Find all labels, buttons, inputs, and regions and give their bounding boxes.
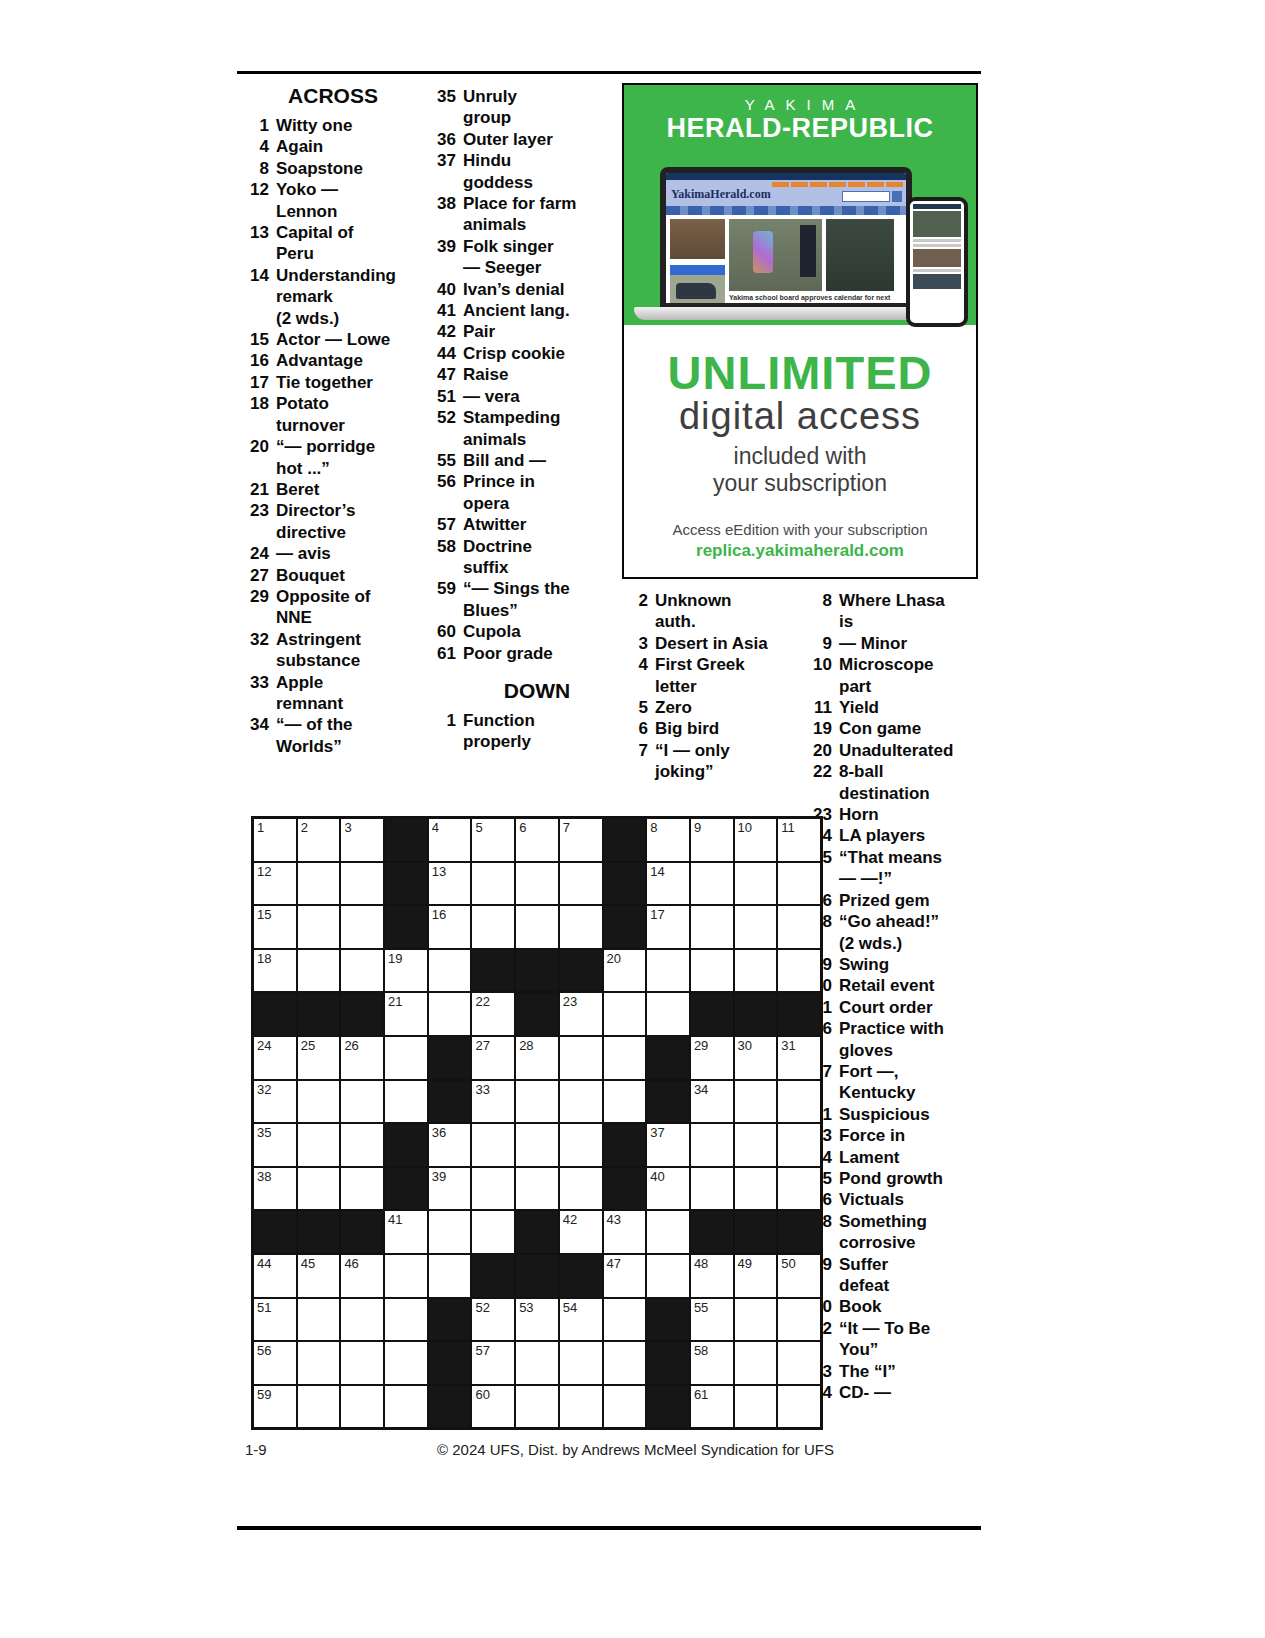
grid-cell[interactable]: 26	[341, 1037, 383, 1079]
phone-text-line	[913, 244, 961, 247]
grid-cell[interactable]	[604, 1386, 646, 1428]
grid-cell[interactable]	[429, 950, 471, 992]
site-menu-buttons	[772, 182, 903, 187]
site-content: Yakima school board approves calendar fo…	[666, 215, 906, 307]
clue-43: 43Force in	[806, 1125, 984, 1146]
grid-cell[interactable]: 36	[429, 1124, 471, 1166]
grid-cell[interactable]: 58	[691, 1342, 733, 1384]
grid-cell[interactable]: 15	[254, 906, 296, 948]
ad-subheadline: included with your subscription	[624, 443, 976, 497]
grid-cell[interactable]: 54	[560, 1299, 602, 1341]
clue-number: 32	[243, 629, 269, 672]
grid-cell[interactable]: 46	[341, 1255, 383, 1297]
grid-cell[interactable]	[472, 863, 514, 905]
clue-number: 22	[806, 761, 832, 804]
grid-cell[interactable]	[778, 1124, 820, 1166]
clue-number: 12	[243, 179, 269, 222]
grid-cell[interactable]	[735, 1168, 777, 1210]
cell-number: 34	[694, 1082, 708, 1097]
grid-cell[interactable]: 35	[254, 1124, 296, 1166]
grid-cell[interactable]	[604, 1081, 646, 1123]
grid-cell[interactable]	[778, 863, 820, 905]
cell-number: 26	[344, 1038, 358, 1053]
grid-cell[interactable]	[341, 1386, 383, 1428]
cell-number: 60	[475, 1387, 489, 1402]
clue-36: 36Outer layer	[430, 129, 616, 150]
clue-text: Stampeding animals	[463, 407, 560, 450]
clue-text: Understanding remark (2 wds.)	[276, 265, 396, 329]
grid-cell[interactable]: 24	[254, 1037, 296, 1079]
cell-number: 18	[257, 951, 271, 966]
clue-text: Unadulterated	[839, 740, 953, 761]
grid-cell[interactable]: 59	[254, 1386, 296, 1428]
across-clues-1: 1Witty one4Again8Soapstone12Yoko — Lenno…	[243, 115, 423, 757]
clue-text: Desert in Asia	[655, 633, 768, 654]
grid-cell[interactable]	[341, 1168, 383, 1210]
cell-number: 8	[650, 820, 657, 835]
grid-cell[interactable]	[560, 906, 602, 948]
grid-cell[interactable]	[298, 1081, 340, 1123]
clue-29: 29Swing	[806, 954, 984, 975]
cell-number: 16	[432, 907, 446, 922]
clue-24: 24LA players	[806, 825, 984, 846]
grid-cell[interactable]: 52	[472, 1299, 514, 1341]
grid-cell[interactable]	[735, 1386, 777, 1428]
grid-cell[interactable]: 45	[298, 1255, 340, 1297]
clue-34: 34“— of the Worlds”	[243, 714, 423, 757]
cell-number: 30	[738, 1038, 752, 1053]
grid-cell[interactable]	[298, 1386, 340, 1428]
down-heading: DOWN	[430, 680, 616, 702]
cell-number: 36	[432, 1125, 446, 1140]
cell-number: 22	[475, 994, 489, 1009]
clue-text: Microscope part	[839, 654, 933, 697]
clue-text: Unruly group	[463, 86, 517, 129]
block-cell	[560, 950, 602, 992]
clue-text: Horn	[839, 804, 879, 825]
grid-cell[interactable]	[341, 1081, 383, 1123]
block-cell	[691, 1211, 733, 1253]
clue-52: 52“It — To Be You”	[806, 1318, 984, 1361]
grid-cell[interactable]: 17	[647, 906, 689, 948]
grid-cell[interactable]	[604, 1037, 646, 1079]
clue-57: 57Atwitter	[430, 514, 616, 535]
clue-text: Ivan’s denial	[463, 279, 564, 300]
down-column-4: 8Where Lhasa is9— Minor10Microscope part…	[806, 590, 984, 1403]
grid-cell[interactable]: 10	[735, 819, 777, 861]
grid-cell[interactable]	[778, 1081, 820, 1123]
clue-text: Tie together	[276, 372, 373, 393]
cell-number: 20	[607, 951, 621, 966]
clue-number: 56	[430, 471, 456, 514]
cell-number: 14	[650, 864, 664, 879]
cell-number: 59	[257, 1387, 271, 1402]
clue-column-2: 35Unruly group36Outer layer37Hindu godde…	[430, 86, 616, 753]
puzzle-date: 1-9	[245, 1441, 267, 1458]
clue-text: Director’s directive	[276, 500, 355, 543]
clue-text: Unknown auth.	[655, 590, 732, 633]
grid-cell[interactable]: 51	[254, 1299, 296, 1341]
cell-number: 44	[257, 1256, 271, 1271]
clue-14: 14Understanding remark (2 wds.)	[243, 265, 423, 329]
clue-8: 8Soapstone	[243, 158, 423, 179]
clue-number: 41	[430, 300, 456, 321]
clue-text: Fort —, Kentucky	[839, 1061, 916, 1104]
grid-cell[interactable]	[341, 863, 383, 905]
grid-cell[interactable]	[691, 863, 733, 905]
grid-cell[interactable]	[735, 1342, 777, 1384]
clue-number: 3	[622, 633, 648, 654]
clue-number: 8	[243, 158, 269, 179]
grid-cell[interactable]: 30	[735, 1037, 777, 1079]
ad-text-panel: UNLIMITED digital access included with y…	[624, 349, 976, 561]
clue-number: 58	[430, 536, 456, 579]
clue-number: 42	[430, 321, 456, 342]
grid-cell[interactable]: 25	[298, 1037, 340, 1079]
grid-cell[interactable]: 9	[691, 819, 733, 861]
clue-text: Retail event	[839, 975, 934, 996]
grid-cell[interactable]	[647, 1255, 689, 1297]
grid-cell[interactable]	[560, 1342, 602, 1384]
clue-58: 58Doctrine suffix	[430, 536, 616, 579]
cell-number: 55	[694, 1300, 708, 1315]
grid-cell[interactable]	[604, 1342, 646, 1384]
block-cell	[429, 1081, 471, 1123]
grid-cell[interactable]: 39	[429, 1168, 471, 1210]
grid-cell[interactable]	[341, 1342, 383, 1384]
grid-cell[interactable]: 61	[691, 1386, 733, 1428]
grid-cell[interactable]: 14	[647, 863, 689, 905]
block-cell	[385, 906, 427, 948]
grid-cell[interactable]	[429, 993, 471, 1035]
grid-cell[interactable]: 34	[691, 1081, 733, 1123]
clue-text: Court order	[839, 997, 933, 1018]
grid-cell[interactable]: 41	[385, 1211, 427, 1253]
grid-cell[interactable]	[472, 1168, 514, 1210]
clue-16: 16Advantage	[243, 350, 423, 371]
cell-number: 13	[432, 864, 446, 879]
grid-cell[interactable]: 8	[647, 819, 689, 861]
cell-number: 43	[607, 1212, 621, 1227]
grid-cell[interactable]	[472, 906, 514, 948]
grid-cell[interactable]: 43	[604, 1211, 646, 1253]
clue-36: 36Practice with gloves	[806, 1018, 984, 1061]
browser-bookmarks-bar	[666, 173, 906, 180]
block-cell	[429, 1299, 471, 1341]
clue-number: 51	[430, 386, 456, 407]
block-cell	[298, 993, 340, 1035]
grid-cell[interactable]	[516, 1081, 558, 1123]
clue-20: 20Unadulterated	[806, 740, 984, 761]
across-column-1: ACROSS 1Witty one4Again8Soapstone12Yoko …	[243, 85, 423, 757]
grid-cell[interactable]	[516, 1342, 558, 1384]
grid-cell[interactable]: 5	[472, 819, 514, 861]
grid-cell[interactable]	[560, 1037, 602, 1079]
grid-cell[interactable]: 3	[341, 819, 383, 861]
grid-cell[interactable]	[778, 1299, 820, 1341]
clue-number: 33	[243, 672, 269, 715]
cell-number: 31	[781, 1038, 795, 1053]
grid-cell[interactable]: 16	[429, 906, 471, 948]
cell-number: 7	[563, 820, 570, 835]
clue-text: Outer layer	[463, 129, 553, 150]
cell-number: 53	[519, 1300, 533, 1315]
clue-text: Crisp cookie	[463, 343, 565, 364]
block-cell	[341, 1211, 383, 1253]
grid-cell[interactable]: 50	[778, 1255, 820, 1297]
grid-cell[interactable]	[735, 950, 777, 992]
cell-number: 58	[694, 1343, 708, 1358]
grid-cell[interactable]	[647, 993, 689, 1035]
cell-number: 12	[257, 864, 271, 879]
grid-cell[interactable]	[735, 1299, 777, 1341]
clue-number: 20	[806, 740, 832, 761]
clue-number: 40	[430, 279, 456, 300]
grid-cell[interactable]	[604, 993, 646, 1035]
grid-cell[interactable]	[385, 1342, 427, 1384]
clue-12: 12Yoko — Lennon	[243, 179, 423, 222]
grid-cell[interactable]: 1	[254, 819, 296, 861]
grid-cell[interactable]	[298, 1124, 340, 1166]
clue-text: Witty one	[276, 115, 352, 136]
grid-cell[interactable]	[778, 1342, 820, 1384]
clue-text: Suspicious	[839, 1104, 930, 1125]
grid-cell[interactable]	[691, 950, 733, 992]
clue-30: 30Retail event	[806, 975, 984, 996]
grid-cell[interactable]: 55	[691, 1299, 733, 1341]
cell-number: 48	[694, 1256, 708, 1271]
grid-cell[interactable]	[560, 1081, 602, 1123]
cell-number: 37	[650, 1125, 664, 1140]
grid-cell[interactable]	[385, 1255, 427, 1297]
grid-cell[interactable]: 57	[472, 1342, 514, 1384]
grid-cell[interactable]: 28	[516, 1037, 558, 1079]
grid-cell[interactable]: 56	[254, 1342, 296, 1384]
grid-cell[interactable]	[385, 1081, 427, 1123]
grid-cell[interactable]	[516, 906, 558, 948]
grid-cell[interactable]	[516, 1168, 558, 1210]
grid-cell[interactable]: 37	[647, 1124, 689, 1166]
clue-number: 17	[243, 372, 269, 393]
grid-cell[interactable]: 21	[385, 993, 427, 1035]
clue-number: 57	[430, 514, 456, 535]
grid-cell[interactable]: 2	[298, 819, 340, 861]
clue-number: 18	[243, 393, 269, 436]
grid-cell[interactable]	[341, 1299, 383, 1341]
phone-mockup	[906, 197, 968, 327]
clue-text: Advantage	[276, 350, 363, 371]
grid-cell[interactable]	[691, 1168, 733, 1210]
grid-cell[interactable]	[341, 1124, 383, 1166]
grid-cell[interactable]	[429, 1255, 471, 1297]
clue-37: 37Hindu goddess	[430, 150, 616, 193]
clue-text: Astringent substance	[276, 629, 361, 672]
grid-cell[interactable]	[298, 1299, 340, 1341]
grid-cell[interactable]	[560, 863, 602, 905]
grid-cell[interactable]	[778, 1386, 820, 1428]
grid-cell[interactable]	[298, 1342, 340, 1384]
clue-9: 9— Minor	[806, 633, 984, 654]
grid-cell[interactable]	[778, 1168, 820, 1210]
grid-cell[interactable]: 19	[385, 950, 427, 992]
clue-text: Force in	[839, 1125, 905, 1146]
cell-number: 17	[650, 907, 664, 922]
block-cell	[647, 1299, 689, 1341]
clue-41: 41Suspicious	[806, 1104, 984, 1125]
cell-number: 50	[781, 1256, 795, 1271]
clue-number: 38	[430, 193, 456, 236]
clue-number: 23	[243, 500, 269, 543]
grid-cell[interactable]: 12	[254, 863, 296, 905]
grid-cell[interactable]: 38	[254, 1168, 296, 1210]
ad-access-note: Access eEdition with your subscription	[624, 521, 976, 538]
cell-number: 15	[257, 907, 271, 922]
clue-6: 6Big bird	[622, 718, 802, 739]
grid-cell[interactable]: 48	[691, 1255, 733, 1297]
grid-cell[interactable]	[472, 1211, 514, 1253]
grid-cell[interactable]: 18	[254, 950, 296, 992]
clue-46: 46Victuals	[806, 1189, 984, 1210]
cell-number: 32	[257, 1082, 271, 1097]
search-icon	[892, 191, 902, 202]
clue-51: 51— vera	[430, 386, 616, 407]
clue-39: 39Folk singer — Seeger	[430, 236, 616, 279]
grid-cell[interactable]	[647, 1211, 689, 1253]
cell-number: 56	[257, 1343, 271, 1358]
clue-44: 44Crisp cookie	[430, 343, 616, 364]
grid-cell[interactable]	[778, 950, 820, 992]
grid-cell[interactable]: 40	[647, 1168, 689, 1210]
clue-text: “— of the Worlds”	[276, 714, 353, 757]
clue-text: First Greek letter	[655, 654, 745, 697]
block-cell	[516, 1255, 558, 1297]
grid-cell[interactable]: 44	[254, 1255, 296, 1297]
grid-cell[interactable]	[341, 950, 383, 992]
clue-21: 21Beret	[243, 479, 423, 500]
grid-cell[interactable]	[647, 950, 689, 992]
clue-19: 19Con game	[806, 718, 984, 739]
clue-7: 7“I — only joking”	[622, 740, 802, 783]
grid-cell[interactable]: 23	[560, 993, 602, 1035]
grid-cell[interactable]: 53	[516, 1299, 558, 1341]
grid-cell[interactable]	[385, 1037, 427, 1079]
cell-number: 9	[694, 820, 701, 835]
grid-cell[interactable]	[735, 1081, 777, 1123]
grid-cell[interactable]: 33	[472, 1081, 514, 1123]
clue-number: 13	[243, 222, 269, 265]
clue-text: Opposite of NNE	[276, 586, 370, 629]
clue-number: 52	[430, 407, 456, 450]
across-heading: ACROSS	[243, 85, 423, 107]
clue-42: 42Pair	[430, 321, 616, 342]
clue-8: 8Where Lhasa is	[806, 590, 984, 633]
clue-text: Beret	[276, 479, 319, 500]
clue-number: 60	[430, 621, 456, 642]
grid-cell[interactable]: 22	[472, 993, 514, 1035]
block-cell	[604, 863, 646, 905]
grid-cell[interactable]	[472, 1124, 514, 1166]
grid-cell[interactable]	[385, 1299, 427, 1341]
grid-cell[interactable]	[516, 863, 558, 905]
grid-cell[interactable]: 27	[472, 1037, 514, 1079]
clue-29: 29Opposite of NNE	[243, 586, 423, 629]
grid-cell[interactable]	[604, 1299, 646, 1341]
ad-green-panel: YAKIMA HERALD-REPUBLIC YakimaHerald.com	[624, 85, 976, 325]
puzzle-page: ACROSS 1Witty one4Again8Soapstone12Yoko …	[0, 0, 1265, 1638]
grid-cell[interactable]: 20	[604, 950, 646, 992]
cell-number: 3	[344, 820, 351, 835]
clue-13: 13Capital of Peru	[243, 222, 423, 265]
grid-cell[interactable]: 11	[778, 819, 820, 861]
grid-cell[interactable]	[341, 906, 383, 948]
clue-45: 45Pond growth	[806, 1168, 984, 1189]
clue-text: Ancient lang.	[463, 300, 570, 321]
grid-cell[interactable]: 42	[560, 1211, 602, 1253]
site-header: YakimaHerald.com	[666, 180, 906, 206]
clue-text: Raise	[463, 364, 508, 385]
block-cell	[604, 906, 646, 948]
grid-cell[interactable]	[298, 906, 340, 948]
grid-cell[interactable]	[298, 950, 340, 992]
grid-cell[interactable]	[560, 1168, 602, 1210]
car-ad-thumbnail	[670, 265, 725, 307]
grid-cell[interactable]	[560, 1124, 602, 1166]
block-cell	[604, 819, 646, 861]
grid-cell[interactable]: 4	[429, 819, 471, 861]
grid-cell[interactable]: 13	[429, 863, 471, 905]
grid-cell[interactable]	[560, 1386, 602, 1428]
grid-cell[interactable]	[429, 1211, 471, 1253]
grid-cell[interactable]	[516, 1124, 558, 1166]
grid-cell[interactable]	[516, 1386, 558, 1428]
clue-number: 35	[430, 86, 456, 129]
grid-cell[interactable]: 47	[604, 1255, 646, 1297]
clue-text: Potato turnover	[276, 393, 345, 436]
clue-number: 1	[430, 710, 456, 753]
grid-cell[interactable]: 29	[691, 1037, 733, 1079]
grid-cell[interactable]: 31	[778, 1037, 820, 1079]
clue-text: Function properly	[463, 710, 535, 753]
grid-cell[interactable]: 49	[735, 1255, 777, 1297]
grid-cell[interactable]: 6	[516, 819, 558, 861]
cell-number: 46	[344, 1256, 358, 1271]
grid-cell[interactable]	[691, 906, 733, 948]
clue-text: Prince in opera	[463, 471, 535, 514]
grid-cell[interactable]: 7	[560, 819, 602, 861]
grid-cell[interactable]: 32	[254, 1081, 296, 1123]
grid-cell[interactable]	[298, 863, 340, 905]
grid-cell[interactable]	[778, 906, 820, 948]
grid-cell[interactable]: 60	[472, 1386, 514, 1428]
clue-text: “It — To Be You”	[839, 1318, 930, 1361]
grid-cell[interactable]	[385, 1386, 427, 1428]
cell-number: 28	[519, 1038, 533, 1053]
block-cell	[516, 1211, 558, 1253]
clue-text: “— porridge hot ...”	[276, 436, 375, 479]
grid-cell[interactable]	[735, 863, 777, 905]
grid-cell[interactable]	[735, 1124, 777, 1166]
grid-cell[interactable]	[691, 1124, 733, 1166]
grid-cell[interactable]	[735, 906, 777, 948]
cell-number: 24	[257, 1038, 271, 1053]
grid-cell[interactable]	[298, 1168, 340, 1210]
laptop-screen: YakimaHerald.com Yakima school boa	[660, 167, 912, 307]
cell-number: 54	[563, 1300, 577, 1315]
standing-figure	[800, 225, 816, 277]
block-cell	[472, 1255, 514, 1297]
clue-33: 33Apple remnant	[243, 672, 423, 715]
clue-text: “— Sings the Blues”	[463, 578, 570, 621]
